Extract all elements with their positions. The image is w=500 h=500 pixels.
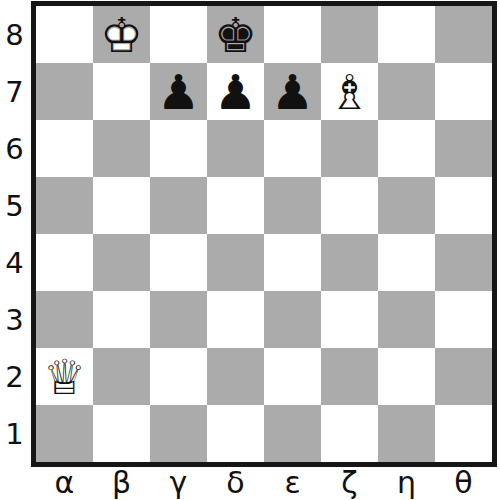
- square-c7[interactable]: ♟: [150, 63, 207, 120]
- piece-white-king-b8[interactable]: ♚♔: [93, 6, 150, 63]
- piece-black-king-d8[interactable]: ♚: [207, 6, 264, 63]
- square-e6[interactable]: [264, 120, 321, 177]
- square-b8[interactable]: ♚♔: [93, 6, 150, 63]
- file-label-e: ε: [264, 465, 321, 499]
- square-a5[interactable]: [36, 177, 93, 234]
- file-label-d: δ: [207, 465, 264, 499]
- square-b2[interactable]: [93, 348, 150, 405]
- square-e8[interactable]: [264, 6, 321, 63]
- square-d8[interactable]: ♚: [207, 6, 264, 63]
- square-h2[interactable]: [435, 348, 492, 405]
- square-d7[interactable]: ♟: [207, 63, 264, 120]
- square-f3[interactable]: [321, 291, 378, 348]
- square-e7[interactable]: ♟: [264, 63, 321, 120]
- square-g8[interactable]: [378, 6, 435, 63]
- piece-black-pawn-d7[interactable]: ♟: [207, 63, 264, 120]
- square-h8[interactable]: [435, 6, 492, 63]
- rank-label-2: 2: [0, 348, 29, 405]
- square-e1[interactable]: [264, 405, 321, 462]
- square-a7[interactable]: [36, 63, 93, 120]
- square-a6[interactable]: [36, 120, 93, 177]
- square-e5[interactable]: [264, 177, 321, 234]
- square-d5[interactable]: [207, 177, 264, 234]
- piece-white-bishop-f7[interactable]: ♝♗: [321, 63, 378, 120]
- square-c1[interactable]: [150, 405, 207, 462]
- square-c5[interactable]: [150, 177, 207, 234]
- rank-label-7: 7: [0, 63, 29, 120]
- square-d6[interactable]: [207, 120, 264, 177]
- chess-board: ♚♔♚♟♟♟♝♗♛♕: [31, 1, 497, 467]
- white-queen-outline-glyph: ♕: [36, 348, 93, 405]
- file-label-b: β: [93, 465, 150, 499]
- square-f1[interactable]: [321, 405, 378, 462]
- piece-black-pawn-c7[interactable]: ♟: [150, 63, 207, 120]
- square-g3[interactable]: [378, 291, 435, 348]
- square-c4[interactable]: [150, 234, 207, 291]
- square-a8[interactable]: [36, 6, 93, 63]
- square-e3[interactable]: [264, 291, 321, 348]
- square-f6[interactable]: [321, 120, 378, 177]
- square-h6[interactable]: [435, 120, 492, 177]
- square-b1[interactable]: [93, 405, 150, 462]
- white-king-outline-glyph: ♔: [93, 6, 150, 63]
- square-a3[interactable]: [36, 291, 93, 348]
- square-g2[interactable]: [378, 348, 435, 405]
- chess-diagram: 87654321 ♚♔♚♟♟♟♝♗♛♕ αβγδεζηθ: [0, 0, 500, 500]
- square-c3[interactable]: [150, 291, 207, 348]
- rank-label-4: 4: [0, 234, 29, 291]
- square-f2[interactable]: [321, 348, 378, 405]
- file-label-c: γ: [150, 465, 207, 499]
- square-a4[interactable]: [36, 234, 93, 291]
- square-g4[interactable]: [378, 234, 435, 291]
- rank-label-1: 1: [0, 405, 29, 462]
- square-d3[interactable]: [207, 291, 264, 348]
- file-label-f: ζ: [321, 465, 378, 499]
- square-g1[interactable]: [378, 405, 435, 462]
- file-label-h: θ: [435, 465, 492, 499]
- square-b4[interactable]: [93, 234, 150, 291]
- white-bishop-outline-glyph: ♗: [321, 63, 378, 120]
- square-f4[interactable]: [321, 234, 378, 291]
- file-labels: αβγδεζηθ: [36, 465, 492, 499]
- piece-black-pawn-e7[interactable]: ♟: [264, 63, 321, 120]
- square-b6[interactable]: [93, 120, 150, 177]
- square-d2[interactable]: [207, 348, 264, 405]
- rank-label-8: 8: [0, 6, 29, 63]
- square-h1[interactable]: [435, 405, 492, 462]
- square-e2[interactable]: [264, 348, 321, 405]
- square-c8[interactable]: [150, 6, 207, 63]
- square-h3[interactable]: [435, 291, 492, 348]
- square-e4[interactable]: [264, 234, 321, 291]
- square-b7[interactable]: [93, 63, 150, 120]
- file-label-a: α: [36, 465, 93, 499]
- square-c6[interactable]: [150, 120, 207, 177]
- square-g6[interactable]: [378, 120, 435, 177]
- square-a2[interactable]: ♛♕: [36, 348, 93, 405]
- square-h7[interactable]: [435, 63, 492, 120]
- square-h5[interactable]: [435, 177, 492, 234]
- rank-label-5: 5: [0, 177, 29, 234]
- square-d4[interactable]: [207, 234, 264, 291]
- file-label-g: η: [378, 465, 435, 499]
- rank-label-6: 6: [0, 120, 29, 177]
- piece-white-queen-a2[interactable]: ♛♕: [36, 348, 93, 405]
- square-b3[interactable]: [93, 291, 150, 348]
- rank-labels: 87654321: [0, 6, 29, 462]
- square-f7[interactable]: ♝♗: [321, 63, 378, 120]
- square-f5[interactable]: [321, 177, 378, 234]
- square-g7[interactable]: [378, 63, 435, 120]
- square-f8[interactable]: [321, 6, 378, 63]
- square-d1[interactable]: [207, 405, 264, 462]
- square-b5[interactable]: [93, 177, 150, 234]
- square-h4[interactable]: [435, 234, 492, 291]
- square-g5[interactable]: [378, 177, 435, 234]
- rank-label-3: 3: [0, 291, 29, 348]
- square-a1[interactable]: [36, 405, 93, 462]
- square-c2[interactable]: [150, 348, 207, 405]
